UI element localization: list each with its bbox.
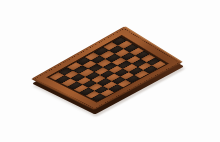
product-photo-scene [0,0,220,142]
board-squares [49,37,166,101]
board-leather-border [31,26,183,110]
chess-board [31,26,183,110]
inner-stitch-frame [47,35,169,102]
